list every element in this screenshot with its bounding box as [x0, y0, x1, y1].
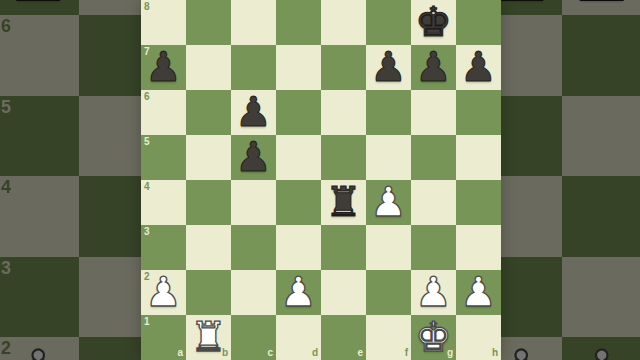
file-label-g: g — [447, 348, 453, 358]
file-label-e: e — [357, 348, 363, 358]
square-b8[interactable] — [186, 0, 231, 45]
square-a4[interactable]: 4 — [141, 180, 186, 225]
square-d3[interactable] — [276, 225, 321, 270]
square-h4 — [562, 176, 640, 257]
square-d4[interactable] — [276, 180, 321, 225]
square-f2[interactable] — [366, 270, 411, 315]
rank-label-3: 3 — [1, 259, 11, 277]
square-e4[interactable]: ♜ — [321, 180, 366, 225]
square-h4[interactable] — [456, 180, 501, 225]
square-e3[interactable] — [321, 225, 366, 270]
square-a3[interactable]: 3 — [141, 225, 186, 270]
square-b1[interactable]: b♜ — [186, 315, 231, 360]
square-d7[interactable] — [276, 45, 321, 90]
black-pawn-icon[interactable]: ♟ — [235, 92, 272, 133]
white-pawn-icon[interactable]: ♟ — [145, 272, 182, 313]
square-a5[interactable]: 5 — [141, 135, 186, 180]
square-f7[interactable]: ♟ — [366, 45, 411, 90]
square-a6: 6 — [0, 15, 79, 96]
white-pawn-icon[interactable]: ♟ — [460, 272, 497, 313]
black-pawn-icon: ♟ — [569, 0, 634, 11]
rank-label-2: 2 — [1, 339, 11, 357]
file-label-h: h — [492, 348, 498, 358]
black-pawn-icon[interactable]: ♟ — [415, 47, 452, 88]
square-e1[interactable]: e — [321, 315, 366, 360]
white-pawn-icon[interactable]: ♟ — [370, 182, 407, 223]
rank-label-3: 3 — [144, 227, 150, 237]
square-c1[interactable]: c — [231, 315, 276, 360]
square-c3[interactable] — [231, 225, 276, 270]
white-pawn-icon[interactable]: ♟ — [415, 272, 452, 313]
square-a2[interactable]: 2♟ — [141, 270, 186, 315]
square-g1[interactable]: g♚ — [411, 315, 456, 360]
square-h3[interactable] — [456, 225, 501, 270]
square-g3[interactable] — [411, 225, 456, 270]
square-c6[interactable]: ♟ — [231, 90, 276, 135]
white-pawn-icon: ♟ — [569, 341, 634, 360]
black-pawn-icon[interactable]: ♟ — [235, 137, 272, 178]
file-label-f: f — [405, 348, 408, 358]
square-d8[interactable] — [276, 0, 321, 45]
rank-label-2: 2 — [144, 272, 150, 282]
rank-label-5: 5 — [144, 137, 150, 147]
square-a7[interactable]: 7♟ — [141, 45, 186, 90]
file-label-a: a — [177, 348, 183, 358]
square-a2: 2♟ — [0, 337, 79, 360]
square-b6[interactable] — [186, 90, 231, 135]
square-g5[interactable] — [411, 135, 456, 180]
square-a8[interactable]: 8 — [141, 0, 186, 45]
square-f4[interactable]: ♟ — [366, 180, 411, 225]
square-g2[interactable]: ♟ — [411, 270, 456, 315]
rank-label-6: 6 — [1, 17, 11, 35]
file-label-b: b — [222, 348, 228, 358]
square-g4[interactable] — [411, 180, 456, 225]
square-a7: 7♟ — [0, 0, 79, 15]
square-e7[interactable] — [321, 45, 366, 90]
square-b7[interactable] — [186, 45, 231, 90]
square-f8[interactable] — [366, 0, 411, 45]
square-d6[interactable] — [276, 90, 321, 135]
square-b4[interactable] — [186, 180, 231, 225]
rank-label-6: 6 — [144, 92, 150, 102]
black-pawn-icon[interactable]: ♟ — [370, 47, 407, 88]
white-pawn-icon: ♟ — [6, 341, 71, 360]
square-c4[interactable] — [231, 180, 276, 225]
square-h6 — [562, 15, 640, 96]
black-king-icon[interactable]: ♚ — [415, 2, 452, 43]
square-c5[interactable]: ♟ — [231, 135, 276, 180]
square-c2[interactable] — [231, 270, 276, 315]
square-e8[interactable] — [321, 0, 366, 45]
square-e2[interactable] — [321, 270, 366, 315]
square-a4: 4 — [0, 176, 79, 257]
square-c8[interactable] — [231, 0, 276, 45]
rank-label-8: 8 — [144, 2, 150, 12]
square-d1[interactable]: d — [276, 315, 321, 360]
video-frame: 8♚7♟♟♟♟6♟5♟4♜♟32♟♟♟♟1ab♜cdefg♚h 8♚7♟♟♟♟6… — [0, 0, 640, 360]
rank-label-4: 4 — [144, 182, 150, 192]
rank-label-5: 5 — [1, 98, 11, 116]
file-label-c: c — [267, 348, 273, 358]
black-pawn-icon[interactable]: ♟ — [460, 47, 497, 88]
square-g6[interactable] — [411, 90, 456, 135]
square-h5[interactable] — [456, 135, 501, 180]
square-f1[interactable]: f — [366, 315, 411, 360]
square-h6[interactable] — [456, 90, 501, 135]
square-h2: ♟ — [562, 337, 640, 360]
white-pawn-icon[interactable]: ♟ — [280, 272, 317, 313]
rank-label-7: 7 — [144, 47, 150, 57]
square-h1[interactable]: h — [456, 315, 501, 360]
square-f6[interactable] — [366, 90, 411, 135]
square-h2[interactable]: ♟ — [456, 270, 501, 315]
square-a6[interactable]: 6 — [141, 90, 186, 135]
square-f3[interactable] — [366, 225, 411, 270]
square-b3[interactable] — [186, 225, 231, 270]
black-pawn-icon: ♟ — [6, 0, 71, 11]
square-b2[interactable] — [186, 270, 231, 315]
rank-label-4: 4 — [1, 178, 11, 196]
black-pawn-icon[interactable]: ♟ — [145, 47, 182, 88]
square-d2[interactable]: ♟ — [276, 270, 321, 315]
file-label-d: d — [312, 348, 318, 358]
square-a1[interactable]: 1a — [141, 315, 186, 360]
square-c7[interactable] — [231, 45, 276, 90]
square-d5[interactable] — [276, 135, 321, 180]
square-h8[interactable] — [456, 0, 501, 45]
square-a5: 5 — [0, 96, 79, 177]
square-a3: 3 — [0, 257, 79, 338]
square-g8[interactable]: ♚ — [411, 0, 456, 45]
square-e6[interactable] — [321, 90, 366, 135]
square-h5 — [562, 96, 640, 177]
square-e5[interactable] — [321, 135, 366, 180]
square-h3 — [562, 257, 640, 338]
rank-label-1: 1 — [144, 317, 150, 327]
square-h7[interactable]: ♟ — [456, 45, 501, 90]
square-h7: ♟ — [562, 0, 640, 15]
square-f5[interactable] — [366, 135, 411, 180]
black-rook-icon[interactable]: ♜ — [325, 182, 362, 223]
square-b5[interactable] — [186, 135, 231, 180]
square-g7[interactable]: ♟ — [411, 45, 456, 90]
chess-board[interactable]: 8♚7♟♟♟♟6♟5♟4♜♟32♟♟♟♟1ab♜cdefg♚h — [141, 0, 501, 360]
